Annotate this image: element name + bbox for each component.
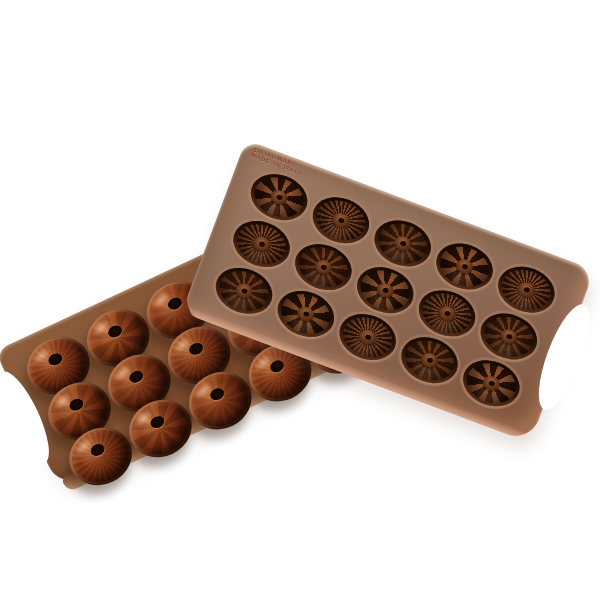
photo-stage: SILIKOMART MADE IN ITALY: [0, 0, 600, 600]
